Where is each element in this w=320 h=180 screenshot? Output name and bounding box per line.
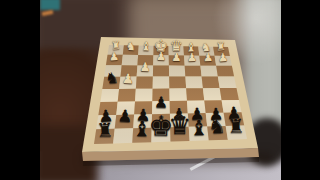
letterbox-left [0,0,40,180]
letterbox-right [281,0,320,180]
video-frame: ♜♞♝♛♚♝♞♜♟♟♟♟♟♟♟♟♞♟♟♟♟♟♟♟♟♜♞♝♛♚♝♜ [0,0,320,180]
chess-board [0,0,320,180]
